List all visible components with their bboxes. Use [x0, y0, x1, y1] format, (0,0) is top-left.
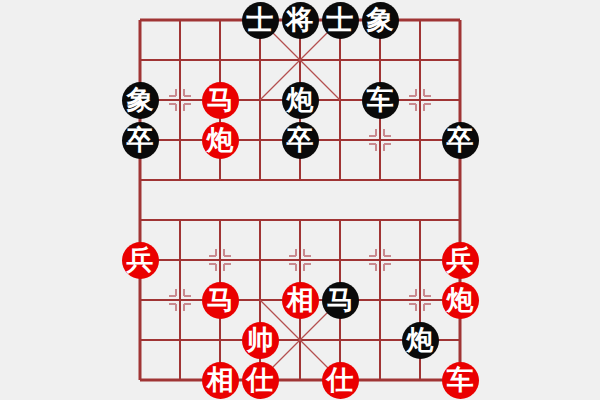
piece-red-horse[interactable]: 马 — [202, 82, 239, 119]
piece-black-cannon[interactable]: 炮 — [282, 82, 319, 119]
piece-black-pawn[interactable]: 卒 — [122, 122, 159, 159]
piece-red-cannon[interactable]: 炮 — [442, 282, 479, 319]
piece-black-advisor[interactable]: 士 — [322, 2, 359, 39]
piece-black-horse[interactable]: 马 — [322, 282, 359, 319]
piece-black-pawn[interactable]: 卒 — [442, 122, 479, 159]
board-grid[interactable]: 士将士象象炮车卒卒卒马炮马炮兵兵马相炮帅相仕仕车 — [120, 0, 480, 400]
piece-red-pawn[interactable]: 兵 — [122, 242, 159, 279]
piece-black-elephant[interactable]: 象 — [122, 82, 159, 119]
piece-black-pawn[interactable]: 卒 — [282, 122, 319, 159]
piece-red-advisor[interactable]: 仕 — [242, 362, 279, 399]
piece-black-chariot[interactable]: 车 — [362, 82, 399, 119]
piece-black-advisor[interactable]: 士 — [242, 2, 279, 39]
piece-red-cannon[interactable]: 炮 — [202, 122, 239, 159]
piece-red-elephant[interactable]: 相 — [282, 282, 319, 319]
piece-black-elephant[interactable]: 象 — [362, 2, 399, 39]
piece-red-horse[interactable]: 马 — [202, 282, 239, 319]
piece-red-elephant[interactable]: 相 — [202, 362, 239, 399]
piece-red-advisor[interactable]: 仕 — [322, 362, 359, 399]
piece-red-pawn[interactable]: 兵 — [442, 242, 479, 279]
piece-black-cannon[interactable]: 炮 — [402, 322, 439, 359]
piece-red-general[interactable]: 帅 — [242, 322, 279, 359]
piece-black-general[interactable]: 将 — [282, 2, 319, 39]
xiangqi-screen: 士将士象象炮车卒卒卒马炮马炮兵兵马相炮帅相仕仕车 — [0, 0, 600, 400]
piece-red-chariot[interactable]: 车 — [442, 362, 479, 399]
